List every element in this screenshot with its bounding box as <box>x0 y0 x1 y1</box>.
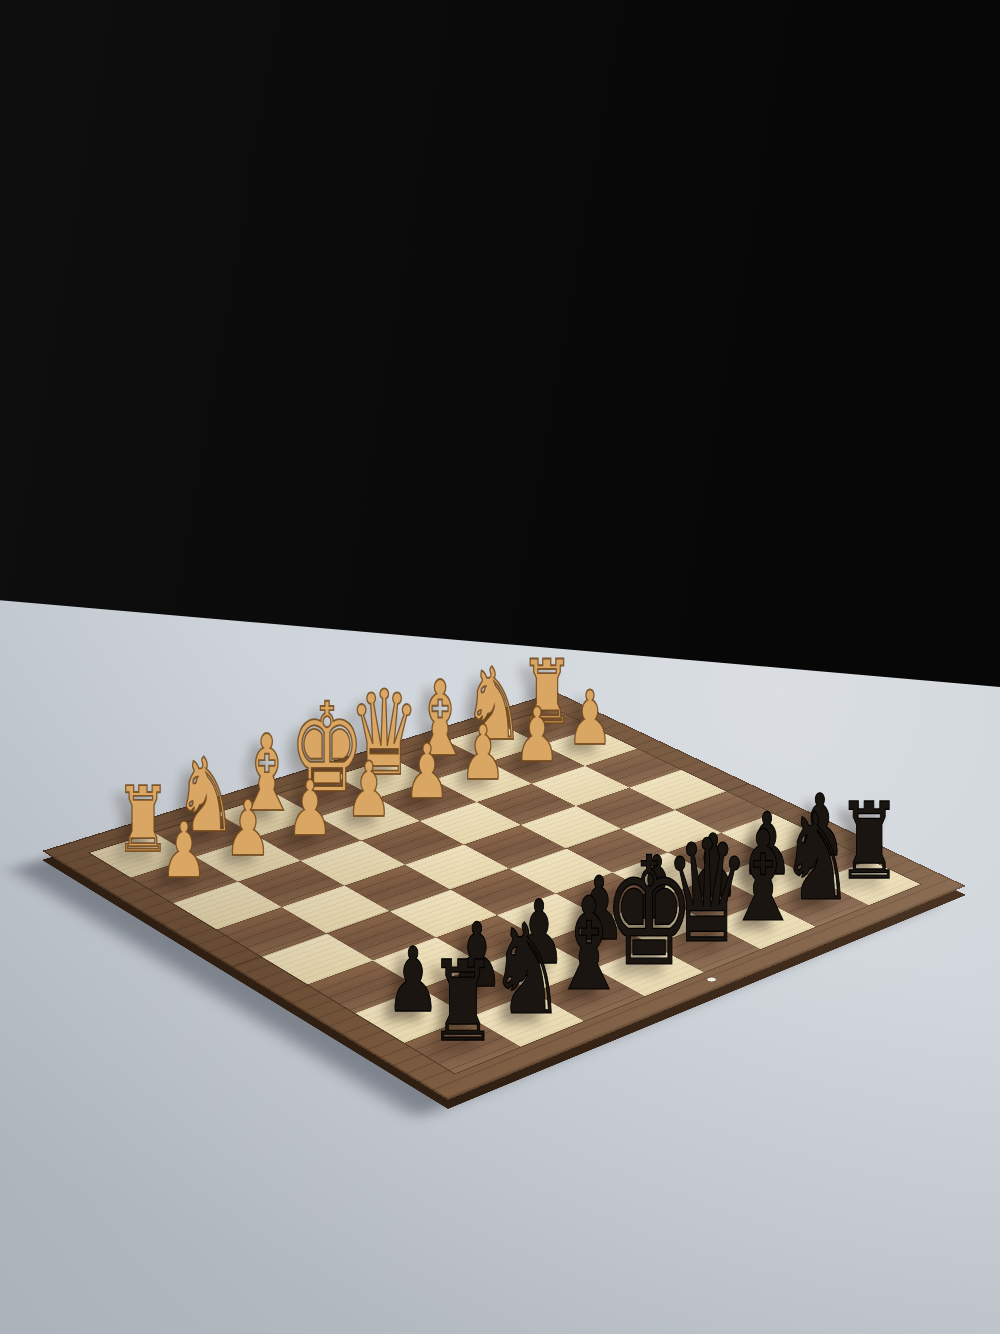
piece-white-pawn[interactable]: ♟ <box>567 681 612 756</box>
piece-black-knight[interactable]: ♞ <box>489 909 565 1034</box>
brand-dot-icon <box>706 977 718 983</box>
piece-white-pawn[interactable]: ♟ <box>346 752 392 828</box>
scene: ♜♞♝♛♚♝♞♜♟♟♟♟♟♟♟♟♟♟♟♟♟♟♟♟♜♞♝♛♚♝♞♜ <box>0 0 1000 1334</box>
piece-white-pawn[interactable]: ♟ <box>225 791 272 868</box>
piece-white-pawn[interactable]: ♟ <box>286 771 332 847</box>
piece-black-rook[interactable]: ♜ <box>429 947 496 1058</box>
piece-white-pawn[interactable]: ♟ <box>514 698 560 773</box>
piece-white-pawn[interactable]: ♟ <box>404 733 450 809</box>
piece-white-pawn[interactable]: ♟ <box>161 812 208 889</box>
piece-white-pawn[interactable]: ♟ <box>460 715 506 791</box>
